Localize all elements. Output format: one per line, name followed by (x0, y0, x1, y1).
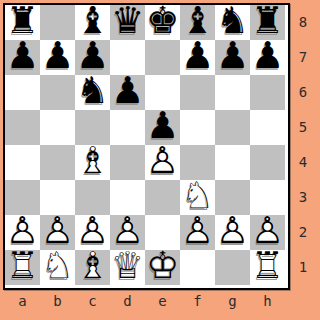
square-g7[interactable]: ♟ (215, 40, 250, 75)
square-f5[interactable] (180, 110, 215, 145)
piece-black-pawn: ♟ (5, 40, 40, 75)
chess-diagram: ♜♝♛♚♝♞♜♟♟♟♟♟♟♞♟♟♝♗♟♙♞♘♟♙♟♙♟♙♟♙♟♙♟♙♟♙♜♖♞♘… (0, 0, 320, 320)
square-a6[interactable] (5, 75, 40, 110)
piece-white-rook: ♜♖ (5, 250, 40, 285)
square-a4[interactable] (5, 145, 40, 180)
square-d1[interactable]: ♛♕ (110, 250, 145, 285)
piece-black-knight: ♞ (75, 75, 110, 110)
piece-white-bishop: ♝♗ (75, 145, 110, 180)
square-h4[interactable] (250, 145, 285, 180)
piece-white-pawn: ♟♙ (180, 215, 215, 250)
chess-board: ♜♝♛♚♝♞♜♟♟♟♟♟♟♞♟♟♝♗♟♙♞♘♟♙♟♙♟♙♟♙♟♙♟♙♟♙♜♖♞♘… (3, 3, 290, 290)
square-b1[interactable]: ♞♘ (40, 250, 75, 285)
file-label-h: h (250, 291, 285, 311)
square-h6[interactable] (250, 75, 285, 110)
square-b7[interactable]: ♟ (40, 40, 75, 75)
square-d5[interactable] (110, 110, 145, 145)
square-e4[interactable]: ♟♙ (145, 145, 180, 180)
piece-black-pawn: ♟ (110, 75, 145, 110)
square-c6[interactable]: ♞ (75, 75, 110, 110)
file-label-g: g (215, 291, 250, 311)
square-f7[interactable]: ♟ (180, 40, 215, 75)
board-grid: ♜♝♛♚♝♞♜♟♟♟♟♟♟♞♟♟♝♗♟♙♞♘♟♙♟♙♟♙♟♙♟♙♟♙♟♙♜♖♞♘… (5, 5, 285, 285)
piece-black-pawn: ♟ (250, 40, 285, 75)
piece-black-pawn: ♟ (215, 40, 250, 75)
square-h1[interactable]: ♜♖ (250, 250, 285, 285)
piece-white-queen: ♛♕ (110, 250, 145, 285)
square-d8[interactable]: ♛ (110, 5, 145, 40)
piece-black-queen: ♛ (110, 5, 145, 40)
rank-label-6: 6 (289, 75, 317, 110)
piece-white-bishop: ♝♗ (75, 250, 110, 285)
square-f2[interactable]: ♟♙ (180, 215, 215, 250)
file-label-c: c (75, 291, 110, 311)
square-b5[interactable] (40, 110, 75, 145)
file-label-a: a (5, 291, 40, 311)
square-a5[interactable] (5, 110, 40, 145)
square-a1[interactable]: ♜♖ (5, 250, 40, 285)
square-e1[interactable]: ♚♔ (145, 250, 180, 285)
rank-label-2: 2 (289, 215, 317, 250)
piece-white-knight: ♞♘ (40, 250, 75, 285)
piece-black-king: ♚ (145, 5, 180, 40)
file-labels: abcdefgh (5, 291, 285, 311)
rank-label-8: 8 (289, 5, 317, 40)
square-c1[interactable]: ♝♗ (75, 250, 110, 285)
piece-black-pawn: ♟ (180, 40, 215, 75)
rank-label-5: 5 (289, 110, 317, 145)
rank-label-4: 4 (289, 145, 317, 180)
square-f1[interactable] (180, 250, 215, 285)
rank-label-3: 3 (289, 180, 317, 215)
piece-white-pawn: ♟♙ (215, 215, 250, 250)
piece-white-rook: ♜♖ (250, 250, 285, 285)
square-g4[interactable] (215, 145, 250, 180)
square-g5[interactable] (215, 110, 250, 145)
square-b4[interactable] (40, 145, 75, 180)
square-g6[interactable] (215, 75, 250, 110)
rank-label-7: 7 (289, 40, 317, 75)
square-e3[interactable] (145, 180, 180, 215)
square-b6[interactable] (40, 75, 75, 110)
square-g1[interactable] (215, 250, 250, 285)
piece-white-pawn: ♟♙ (145, 145, 180, 180)
square-d4[interactable] (110, 145, 145, 180)
square-g2[interactable]: ♟♙ (215, 215, 250, 250)
square-a7[interactable]: ♟ (5, 40, 40, 75)
file-label-d: d (110, 291, 145, 311)
square-c4[interactable]: ♝♗ (75, 145, 110, 180)
file-label-e: e (145, 291, 180, 311)
file-label-b: b (40, 291, 75, 311)
square-h7[interactable]: ♟ (250, 40, 285, 75)
piece-black-pawn: ♟ (40, 40, 75, 75)
square-e8[interactable]: ♚ (145, 5, 180, 40)
square-e7[interactable] (145, 40, 180, 75)
piece-white-king: ♚♔ (145, 250, 180, 285)
rank-label-1: 1 (289, 250, 317, 285)
square-d6[interactable]: ♟ (110, 75, 145, 110)
square-f6[interactable] (180, 75, 215, 110)
square-h5[interactable] (250, 110, 285, 145)
rank-labels: 87654321 (289, 5, 317, 285)
file-label-f: f (180, 291, 215, 311)
